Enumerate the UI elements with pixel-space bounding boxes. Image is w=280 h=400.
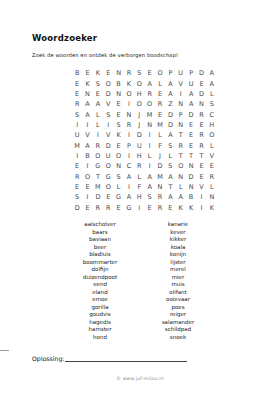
grid-cell-r11c12: D <box>186 172 196 182</box>
grid-cell-r4c2: A <box>82 99 92 109</box>
word-item: muis <box>136 281 220 289</box>
grid-cell-r8c2: A <box>82 140 92 150</box>
grid-cell-r10c4: O <box>103 161 113 171</box>
grid-cell-r2c10: A <box>165 78 175 88</box>
word-item: hagedis <box>58 319 142 327</box>
grid-cell-r12c12: N <box>186 182 196 192</box>
grid-cell-r10c6: C <box>124 161 134 171</box>
grid-cell-r5c2: A <box>82 109 92 119</box>
grid-cell-r13c14: N <box>207 192 217 202</box>
grid-cell-r4c13: N <box>196 99 206 109</box>
grid-cell-r12c13: V <box>196 182 206 192</box>
grid-cell-r10c3: G <box>93 161 103 171</box>
grid-cell-r9c14: V <box>207 151 217 161</box>
grid-cell-r2c12: U <box>186 78 196 88</box>
grid-cell-r6c10: D <box>165 120 175 130</box>
grid-cell-r8c3: R <box>93 140 103 150</box>
grid-cell-r10c11: O <box>176 161 186 171</box>
grid-cell-r11c11: N <box>176 172 186 182</box>
grid-cell-r4c12: A <box>186 99 196 109</box>
grid-cell-r6c14: H <box>207 120 217 130</box>
grid-cell-r5c1: S <box>72 109 82 119</box>
grid-cell-r7c13: R <box>196 130 206 140</box>
instructions-text: Zoek de woorden en ontdek de verborgen b… <box>32 52 178 58</box>
grid-cell-r9c3: O <box>93 151 103 161</box>
footer-copyright: © www.juf-milou.nl <box>0 376 280 381</box>
grid-cell-r13c9: R <box>155 192 165 202</box>
grid-cell-r7c3: I <box>93 130 103 140</box>
word-item: snoek <box>136 334 220 342</box>
word-item: aalscholver <box>58 221 142 229</box>
grid-cell-r6c12: E <box>186 120 196 130</box>
grid-cell-r11c10: A <box>165 172 175 182</box>
grid-cell-r9c7: H <box>134 151 144 161</box>
grid-cell-r2c13: E <box>196 78 206 88</box>
grid-cell-r3c4: D <box>103 89 113 99</box>
grid-cell-r13c5: G <box>113 192 123 202</box>
grid-cell-r9c8: L <box>144 151 154 161</box>
grid-cell-r2c11: V <box>176 78 186 88</box>
grid-cell-r10c13: E <box>196 161 206 171</box>
grid-cell-r10c14: E <box>207 161 217 171</box>
grid-cell-r13c4: E <box>103 192 113 202</box>
grid-cell-r14c12: K <box>186 203 196 213</box>
grid-cell-r11c7: L <box>134 172 144 182</box>
grid-cell-r13c6: A <box>124 192 134 202</box>
word-item: dolfijn <box>58 266 142 274</box>
word-item: eland <box>58 289 142 297</box>
grid-cell-r2c14: A <box>207 78 217 88</box>
grid-cell-r1c10: P <box>165 68 175 78</box>
word-item: olifant <box>136 289 220 297</box>
word-item: poes <box>136 304 220 312</box>
grid-cell-r12c3: M <box>93 182 103 192</box>
grid-cell-r11c13: E <box>196 172 206 182</box>
grid-cell-r14c1: D <box>72 203 82 213</box>
grid-cell-r10c1: E <box>72 161 82 171</box>
word-item: bladluis <box>58 251 142 259</box>
grid-cell-r6c3: L <box>93 120 103 130</box>
grid-cell-r2c5: B <box>113 78 123 88</box>
grid-cell-r8c10: S <box>165 140 175 150</box>
grid-cell-r10c2: I <box>82 161 92 171</box>
grid-cell-r14c7: I <box>134 203 144 213</box>
grid-cell-r4c3: A <box>93 99 103 109</box>
word-item: eend <box>58 281 142 289</box>
grid-cell-r1c2: E <box>82 68 92 78</box>
grid-cell-r11c8: A <box>144 172 154 182</box>
word-list-right: kanariekeverkikkerkoalakonijnlijstermere… <box>136 221 220 341</box>
grid-cell-r1c9: O <box>155 68 165 78</box>
grid-cell-r14c10: E <box>165 203 175 213</box>
grid-cell-r13c8: S <box>144 192 154 202</box>
grid-cell-r6c2: I <box>82 120 92 130</box>
grid-cell-r5c6: N <box>124 109 134 119</box>
word-item: kever <box>136 229 220 237</box>
grid-cell-r9c4: U <box>103 151 113 161</box>
grid-cell-r12c5: L <box>113 182 123 192</box>
grid-cell-r8c1: M <box>72 140 82 150</box>
grid-cell-r3c1: E <box>72 89 82 99</box>
grid-cell-r9c10: L <box>165 151 175 161</box>
word-item: gorilla <box>58 304 142 312</box>
grid-cell-r8c6: P <box>124 140 134 150</box>
grid-cell-r12c8: A <box>144 182 154 192</box>
grid-cell-r5c7: J <box>134 109 144 119</box>
grid-cell-r4c8: O <box>144 99 154 109</box>
grid-cell-r4c10: Z <box>165 99 175 109</box>
grid-cell-r6c1: I <box>72 120 82 130</box>
grid-cell-r12c4: O <box>103 182 113 192</box>
print-mark <box>0 350 9 351</box>
grid-cell-r1c8: E <box>144 68 154 78</box>
grid-cell-r3c14: L <box>207 89 217 99</box>
grid-cell-r13c7: H <box>134 192 144 202</box>
grid-cell-r8c11: R <box>176 140 186 150</box>
grid-cell-r3c13: D <box>196 89 206 99</box>
grid-cell-r7c12: E <box>186 130 196 140</box>
grid-cell-r1c4: E <box>103 68 113 78</box>
grid-cell-r12c10: T <box>165 182 175 192</box>
grid-cell-r2c6: K <box>124 78 134 88</box>
grid-cell-r11c14: R <box>207 172 217 182</box>
word-item: beer <box>58 244 142 252</box>
grid-cell-r8c8: I <box>144 140 154 150</box>
grid-cell-r5c13: R <box>196 109 206 119</box>
grid-cell-r7c8: I <box>144 130 154 140</box>
grid-cell-r5c9: E <box>155 109 165 119</box>
grid-cell-r14c14: K <box>207 203 217 213</box>
grid-cell-r7c11: T <box>176 130 186 140</box>
grid-cell-r10c8: I <box>144 161 154 171</box>
grid-cell-r11c9: M <box>155 172 165 182</box>
grid-cell-r3c3: E <box>93 89 103 99</box>
grid-cell-r13c12: B <box>186 192 196 202</box>
grid-cell-r8c12: E <box>186 140 196 150</box>
grid-cell-r4c9: R <box>155 99 165 109</box>
grid-cell-r14c8: E <box>144 203 154 213</box>
word-item: salamander <box>136 319 220 327</box>
grid-cell-r14c5: E <box>113 203 123 213</box>
grid-cell-r13c3: D <box>93 192 103 202</box>
grid-cell-r8c14: L <box>207 140 217 150</box>
grid-cell-r6c11: N <box>176 120 186 130</box>
grid-cell-r14c11: K <box>176 203 186 213</box>
grid-cell-r12c7: F <box>134 182 144 192</box>
grid-cell-r4c1: R <box>72 99 82 109</box>
grid-cell-r4c5: E <box>113 99 123 109</box>
grid-cell-r13c11: A <box>176 192 186 202</box>
grid-cell-r5c12: D <box>186 109 196 119</box>
grid-cell-r2c8: A <box>144 78 154 88</box>
grid-cell-r11c6: A <box>124 172 134 182</box>
grid-cell-r12c11: L <box>176 182 186 192</box>
grid-cell-r1c12: P <box>186 68 196 78</box>
grid-cell-r9c9: J <box>155 151 165 161</box>
grid-cell-r4c7: O <box>134 99 144 109</box>
page-title: Woordzoeker <box>32 33 97 43</box>
grid-cell-r2c9: L <box>155 78 165 88</box>
grid-cell-r3c8: R <box>144 89 154 99</box>
grid-cell-r12c2: E <box>82 182 92 192</box>
word-item: koala <box>136 244 220 252</box>
grid-cell-r14c13: I <box>196 203 206 213</box>
grid-cell-r1c13: D <box>196 68 206 78</box>
grid-cell-r6c9: M <box>155 120 165 130</box>
grid-cell-r6c5: S <box>113 120 123 130</box>
grid-cell-r12c14: L <box>207 182 217 192</box>
grid-cell-r9c11: T <box>176 151 186 161</box>
grid-cell-r14c3: R <box>93 203 103 213</box>
word-item: konijn <box>136 251 220 259</box>
grid-cell-r3c9: E <box>155 89 165 99</box>
word-item: goudvis <box>58 311 142 319</box>
grid-cell-r6c6: R <box>124 120 134 130</box>
grid-cell-r10c5: N <box>113 161 123 171</box>
grid-cell-r7c2: V <box>82 130 92 140</box>
grid-cell-r11c3: T <box>93 172 103 182</box>
grid-cell-r6c13: E <box>196 120 206 130</box>
grid-cell-r7c7: D <box>134 130 144 140</box>
grid-cell-r12c6: I <box>124 182 134 192</box>
grid-cell-r2c3: S <box>93 78 103 88</box>
grid-cell-r13c13: I <box>196 192 206 202</box>
grid-cell-r4c14: S <box>207 99 217 109</box>
grid-cell-r11c5: S <box>113 172 123 182</box>
word-item: hamster <box>58 326 142 334</box>
grid-cell-r4c6: I <box>124 99 134 109</box>
grid-cell-r14c6: G <box>124 203 134 213</box>
grid-cell-r10c7: R <box>134 161 144 171</box>
grid-cell-r13c10: A <box>165 192 175 202</box>
grid-cell-r13c2: I <box>82 192 92 202</box>
grid-cell-r11c2: O <box>82 172 92 182</box>
word-item: merel <box>136 266 220 274</box>
grid-cell-r8c4: D <box>103 140 113 150</box>
grid-cell-r1c11: U <box>176 68 186 78</box>
grid-cell-r6c8: N <box>144 120 154 130</box>
word-list-left: aalscholverbaarsbaviaanbeerbladluisboomm… <box>58 221 142 341</box>
grid-cell-r2c7: O <box>134 78 144 88</box>
grid-cell-r5c10: D <box>165 109 175 119</box>
grid-cell-r6c7: J <box>134 120 144 130</box>
grid-cell-r1c7: S <box>134 68 144 78</box>
grid-cell-r7c6: I <box>124 130 134 140</box>
grid-cell-r6c4: I <box>103 120 113 130</box>
grid-cell-r7c4: V <box>103 130 113 140</box>
grid-cell-r2c2: K <box>82 78 92 88</box>
grid-cell-r9c12: T <box>186 151 196 161</box>
grid-cell-r12c1: E <box>72 182 82 192</box>
grid-cell-r9c6: I <box>124 151 134 161</box>
grid-cell-r1c14: A <box>207 68 217 78</box>
grid-cell-r8c9: F <box>155 140 165 150</box>
grid-cell-r2c4: O <box>103 78 113 88</box>
word-item: lijster <box>136 259 220 267</box>
grid-cell-r3c2: N <box>82 89 92 99</box>
grid-cell-r1c5: N <box>113 68 123 78</box>
word-item: schildpad <box>136 326 220 334</box>
solution-row: Oplossing: <box>32 354 187 362</box>
grid-cell-r14c2: E <box>82 203 92 213</box>
word-item: ooievaar <box>136 296 220 304</box>
word-item: mier <box>136 274 220 282</box>
grid-cell-r14c4: R <box>103 203 113 213</box>
grid-cell-r9c5: O <box>113 151 123 161</box>
grid-cell-r14c9: R <box>155 203 165 213</box>
grid-cell-r11c1: R <box>72 172 82 182</box>
grid-cell-r1c6: R <box>124 68 134 78</box>
grid-cell-r3c11: I <box>176 89 186 99</box>
solution-label: Oplossing: <box>32 355 64 362</box>
grid-cell-r10c10: S <box>165 161 175 171</box>
grid-cell-r13c1: S <box>72 192 82 202</box>
word-item: emoe <box>58 296 142 304</box>
grid-cell-r8c13: R <box>196 140 206 150</box>
word-item: kikker <box>136 236 220 244</box>
grid-cell-r4c11: N <box>176 99 186 109</box>
grid-cell-r1c3: K <box>93 68 103 78</box>
grid-cell-r7c10: A <box>165 130 175 140</box>
grid-cell-r5c14: C <box>207 109 217 119</box>
grid-cell-r3c6: O <box>124 89 134 99</box>
word-item: boommarter <box>58 259 142 267</box>
grid-cell-r3c12: A <box>186 89 196 99</box>
grid-cell-r9c2: B <box>82 151 92 161</box>
grid-cell-r5c4: S <box>103 109 113 119</box>
grid-cell-r11c4: G <box>103 172 113 182</box>
word-item: duizendpoot <box>58 274 142 282</box>
grid-cell-r5c8: M <box>144 109 154 119</box>
grid-cell-r9c13: T <box>196 151 206 161</box>
word-item: kanarie <box>136 221 220 229</box>
grid-cell-r8c5: E <box>113 140 123 150</box>
grid-cell-r7c5: K <box>113 130 123 140</box>
grid-cell-r4c4: V <box>103 99 113 109</box>
word-item: reiger <box>136 311 220 319</box>
grid-cell-r9c1: I <box>72 151 82 161</box>
word-item: hond <box>58 334 142 342</box>
letter-grid: BEKENRSEOPUPDAEKSOBKOALAVUEAENEDNOHREAIA… <box>72 68 217 213</box>
grid-cell-r7c1: U <box>72 130 82 140</box>
grid-cell-r7c14: O <box>207 130 217 140</box>
grid-cell-r5c11: P <box>176 109 186 119</box>
grid-cell-r3c5: N <box>113 89 123 99</box>
grid-cell-r5c3: L <box>93 109 103 119</box>
word-item: baars <box>58 229 142 237</box>
solution-answer-line <box>65 354 187 362</box>
grid-cell-r12c9: N <box>155 182 165 192</box>
grid-cell-r7c9: L <box>155 130 165 140</box>
grid-cell-r3c7: H <box>134 89 144 99</box>
grid-cell-r2c1: E <box>72 78 82 88</box>
grid-cell-r3c10: A <box>165 89 175 99</box>
word-item: baviaan <box>58 236 142 244</box>
grid-cell-r10c9: D <box>155 161 165 171</box>
grid-cell-r5c5: E <box>113 109 123 119</box>
grid-cell-r8c7: U <box>134 140 144 150</box>
grid-cell-r10c12: N <box>186 161 196 171</box>
grid-cell-r1c1: B <box>72 68 82 78</box>
